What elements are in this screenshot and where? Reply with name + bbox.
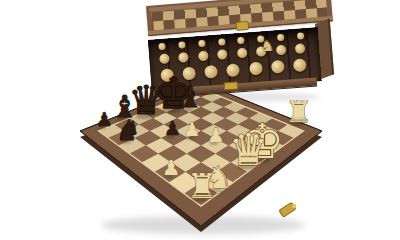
stored-piece — [277, 34, 285, 42]
stored-piece — [158, 43, 166, 51]
stored-knight-piece: ♞ — [260, 37, 275, 56]
stored-piece — [293, 58, 307, 72]
stored-piece — [271, 60, 285, 74]
stored-piece — [297, 32, 305, 40]
stored-piece — [295, 43, 306, 54]
stored-piece — [160, 68, 174, 82]
stored-piece — [198, 51, 209, 62]
stored-piece — [218, 38, 226, 46]
stored-piece — [182, 67, 196, 81]
stored-piece — [159, 53, 170, 64]
board-brass-clasp-hook — [292, 204, 296, 208]
box-brass-hinge — [224, 81, 239, 90]
stored-piece — [178, 41, 186, 49]
stored-piece — [227, 63, 241, 77]
chess-set-product-photo: ♞ ♝♚♛♝♜♟♟♟♞♟♚♛♟♞♜ — [0, 0, 400, 240]
stored-piece — [275, 45, 286, 56]
stored-piece — [217, 49, 228, 60]
stored-piece — [178, 52, 189, 63]
box-lid-brass-clasp — [236, 21, 250, 31]
stored-piece — [237, 37, 245, 45]
stored-piece — [204, 65, 218, 79]
stored-piece — [249, 62, 263, 76]
stored-piece — [198, 40, 206, 48]
stored-piece — [237, 48, 248, 59]
